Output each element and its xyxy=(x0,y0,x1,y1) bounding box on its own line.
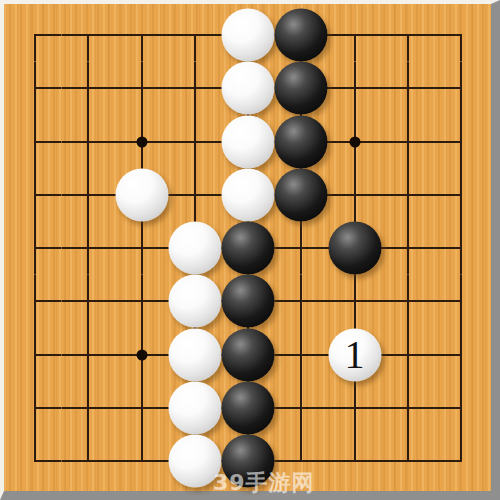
intersection[interactable] xyxy=(168,115,221,168)
intersection[interactable] xyxy=(62,328,115,381)
intersection[interactable] xyxy=(221,168,274,221)
intersection[interactable] xyxy=(381,434,434,487)
board-wood: 1 39手游网 xyxy=(4,4,491,491)
intersection[interactable] xyxy=(328,168,381,221)
white-stone[interactable] xyxy=(115,168,168,221)
intersection[interactable] xyxy=(381,221,434,274)
black-stone[interactable] xyxy=(328,222,381,275)
intersection[interactable] xyxy=(62,275,115,328)
intersection[interactable] xyxy=(168,8,221,61)
intersection[interactable] xyxy=(275,221,328,274)
black-stone[interactable] xyxy=(222,381,275,434)
intersection[interactable]: 1 xyxy=(328,328,381,381)
intersection[interactable] xyxy=(115,8,168,61)
intersection[interactable] xyxy=(115,168,168,221)
intersection[interactable] xyxy=(115,62,168,115)
intersection[interactable] xyxy=(328,381,381,434)
intersection[interactable] xyxy=(62,8,115,61)
board-grid: 1 xyxy=(8,8,487,487)
white-stone-move-1[interactable]: 1 xyxy=(328,328,381,381)
intersection[interactable] xyxy=(62,115,115,168)
intersection[interactable] xyxy=(381,115,434,168)
intersection[interactable] xyxy=(8,115,61,168)
intersection[interactable] xyxy=(62,434,115,487)
white-stone[interactable] xyxy=(222,168,275,221)
intersection[interactable] xyxy=(8,62,61,115)
intersection[interactable] xyxy=(115,328,168,381)
intersection[interactable] xyxy=(275,62,328,115)
intersection[interactable] xyxy=(8,221,61,274)
intersection[interactable] xyxy=(115,434,168,487)
black-stone[interactable] xyxy=(275,115,328,168)
intersection[interactable] xyxy=(275,381,328,434)
intersection[interactable] xyxy=(62,221,115,274)
intersection[interactable] xyxy=(115,275,168,328)
intersection[interactable] xyxy=(8,168,61,221)
intersection[interactable] xyxy=(8,275,61,328)
intersection[interactable] xyxy=(221,115,274,168)
star-point xyxy=(136,136,147,147)
move-number-label: 1 xyxy=(345,335,365,375)
intersection[interactable] xyxy=(221,62,274,115)
intersection[interactable] xyxy=(434,275,487,328)
black-stone[interactable] xyxy=(275,62,328,115)
black-stone[interactable] xyxy=(275,9,328,62)
intersection[interactable] xyxy=(115,381,168,434)
white-stone[interactable] xyxy=(222,115,275,168)
intersection[interactable] xyxy=(221,381,274,434)
intersection[interactable] xyxy=(275,168,328,221)
intersection[interactable] xyxy=(381,62,434,115)
intersection[interactable] xyxy=(381,168,434,221)
white-stone[interactable] xyxy=(168,381,221,434)
black-stone[interactable] xyxy=(222,275,275,328)
intersection[interactable] xyxy=(434,62,487,115)
star-point xyxy=(349,136,360,147)
intersection[interactable] xyxy=(221,275,274,328)
intersection[interactable] xyxy=(328,221,381,274)
white-stone[interactable] xyxy=(168,328,221,381)
intersection[interactable] xyxy=(168,221,221,274)
intersection[interactable] xyxy=(221,221,274,274)
watermark: 39手游网 xyxy=(213,468,315,498)
intersection[interactable] xyxy=(168,168,221,221)
intersection[interactable] xyxy=(62,168,115,221)
intersection[interactable] xyxy=(434,8,487,61)
intersection[interactable] xyxy=(381,381,434,434)
white-stone[interactable] xyxy=(222,9,275,62)
intersection[interactable] xyxy=(168,62,221,115)
intersection[interactable] xyxy=(62,62,115,115)
black-stone[interactable] xyxy=(222,328,275,381)
intersection[interactable] xyxy=(381,328,434,381)
intersection[interactable] xyxy=(434,168,487,221)
intersection[interactable] xyxy=(62,381,115,434)
intersection[interactable] xyxy=(434,381,487,434)
intersection[interactable] xyxy=(328,62,381,115)
white-stone[interactable] xyxy=(168,222,221,275)
intersection[interactable] xyxy=(275,8,328,61)
intersection[interactable] xyxy=(434,221,487,274)
intersection[interactable] xyxy=(168,381,221,434)
intersection[interactable] xyxy=(275,115,328,168)
intersection[interactable] xyxy=(434,328,487,381)
intersection[interactable] xyxy=(328,8,381,61)
intersection[interactable] xyxy=(8,8,61,61)
intersection[interactable] xyxy=(8,381,61,434)
intersection[interactable] xyxy=(168,328,221,381)
white-stone[interactable] xyxy=(168,275,221,328)
intersection[interactable] xyxy=(328,434,381,487)
intersection[interactable] xyxy=(8,328,61,381)
intersection[interactable] xyxy=(221,8,274,61)
black-stone[interactable] xyxy=(222,222,275,275)
intersection[interactable] xyxy=(221,328,274,381)
intersection[interactable] xyxy=(381,8,434,61)
intersection[interactable] xyxy=(434,434,487,487)
intersection[interactable] xyxy=(275,328,328,381)
intersection[interactable] xyxy=(168,275,221,328)
intersection[interactable] xyxy=(381,275,434,328)
go-board: 1 39手游网 xyxy=(0,0,500,500)
intersection[interactable] xyxy=(328,115,381,168)
black-stone[interactable] xyxy=(275,168,328,221)
intersection[interactable] xyxy=(275,275,328,328)
intersection[interactable] xyxy=(115,115,168,168)
intersection[interactable] xyxy=(115,221,168,274)
intersection[interactable] xyxy=(434,115,487,168)
intersection[interactable] xyxy=(8,434,61,487)
intersection[interactable] xyxy=(328,275,381,328)
star-point xyxy=(136,349,147,360)
white-stone[interactable] xyxy=(222,62,275,115)
